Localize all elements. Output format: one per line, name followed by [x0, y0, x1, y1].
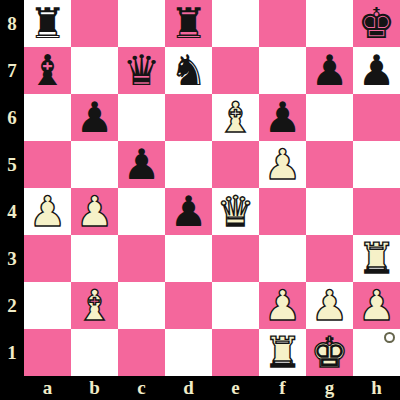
white-pawn[interactable]: ♟	[259, 282, 306, 329]
rank-labels: 87654321	[0, 0, 24, 376]
square-f6[interactable]: ♟	[259, 94, 306, 141]
square-h7[interactable]: ♟	[353, 47, 400, 94]
square-f5[interactable]: ♟	[259, 141, 306, 188]
rank-label-5: 5	[0, 141, 24, 188]
square-c2[interactable]	[118, 282, 165, 329]
file-label-f: f	[259, 376, 306, 400]
square-c7[interactable]: ♛	[118, 47, 165, 94]
square-a2[interactable]	[24, 282, 71, 329]
square-d7[interactable]: ♞	[165, 47, 212, 94]
square-g1[interactable]: ♚	[306, 329, 353, 376]
square-h8[interactable]: ♚	[353, 0, 400, 47]
black-pawn[interactable]: ♟	[259, 94, 306, 141]
black-pawn[interactable]: ♟	[306, 47, 353, 94]
rank-label-1: 1	[0, 329, 24, 376]
square-c6[interactable]	[118, 94, 165, 141]
white-pawn[interactable]: ♟	[71, 188, 118, 235]
square-b8[interactable]	[71, 0, 118, 47]
square-g4[interactable]	[306, 188, 353, 235]
square-e4[interactable]: ♛	[212, 188, 259, 235]
square-h3[interactable]: ♜	[353, 235, 400, 282]
file-labels: abcdefgh	[24, 376, 400, 400]
square-d2[interactable]	[165, 282, 212, 329]
square-h4[interactable]	[353, 188, 400, 235]
square-c5[interactable]: ♟	[118, 141, 165, 188]
square-c1[interactable]	[118, 329, 165, 376]
square-f3[interactable]	[259, 235, 306, 282]
square-e5[interactable]	[212, 141, 259, 188]
square-h2[interactable]: ♟	[353, 282, 400, 329]
black-queen[interactable]: ♛	[118, 47, 165, 94]
white-pawn[interactable]: ♟	[24, 188, 71, 235]
black-pawn[interactable]: ♟	[118, 141, 165, 188]
square-b7[interactable]	[71, 47, 118, 94]
square-g2[interactable]: ♟	[306, 282, 353, 329]
file-label-c: c	[118, 376, 165, 400]
white-king[interactable]: ♚	[306, 329, 353, 376]
square-e7[interactable]	[212, 47, 259, 94]
square-a7[interactable]: ♝	[24, 47, 71, 94]
square-c4[interactable]	[118, 188, 165, 235]
rank-label-8: 8	[0, 0, 24, 47]
square-f7[interactable]	[259, 47, 306, 94]
square-f8[interactable]	[259, 0, 306, 47]
square-d1[interactable]	[165, 329, 212, 376]
rank-label-6: 6	[0, 94, 24, 141]
square-a5[interactable]	[24, 141, 71, 188]
square-g8[interactable]	[306, 0, 353, 47]
white-bishop[interactable]: ♝	[212, 94, 259, 141]
square-b5[interactable]	[71, 141, 118, 188]
square-g6[interactable]	[306, 94, 353, 141]
chess-board-app: 87654321 ♜♜♚♝♛♞♟♟♟♝♟♟♟♟♟♟♛♜♝♟♟♟♜♚ abcdef…	[0, 0, 400, 400]
square-c8[interactable]	[118, 0, 165, 47]
file-label-g: g	[306, 376, 353, 400]
black-bishop[interactable]: ♝	[24, 47, 71, 94]
black-pawn[interactable]: ♟	[71, 94, 118, 141]
square-d6[interactable]	[165, 94, 212, 141]
white-pawn[interactable]: ♟	[259, 141, 306, 188]
square-e2[interactable]	[212, 282, 259, 329]
file-label-d: d	[165, 376, 212, 400]
square-b1[interactable]	[71, 329, 118, 376]
square-b3[interactable]	[71, 235, 118, 282]
file-label-h: h	[353, 376, 400, 400]
square-a4[interactable]: ♟	[24, 188, 71, 235]
square-a1[interactable]	[24, 329, 71, 376]
square-d8[interactable]: ♜	[165, 0, 212, 47]
square-h5[interactable]	[353, 141, 400, 188]
square-d4[interactable]: ♟	[165, 188, 212, 235]
black-king[interactable]: ♚	[353, 0, 400, 47]
square-b2[interactable]: ♝	[71, 282, 118, 329]
white-pawn[interactable]: ♟	[306, 282, 353, 329]
black-knight[interactable]: ♞	[165, 47, 212, 94]
rank-label-7: 7	[0, 47, 24, 94]
square-a3[interactable]	[24, 235, 71, 282]
white-bishop[interactable]: ♝	[71, 282, 118, 329]
square-e3[interactable]	[212, 235, 259, 282]
file-label-e: e	[212, 376, 259, 400]
black-pawn[interactable]: ♟	[353, 47, 400, 94]
black-pawn[interactable]: ♟	[165, 188, 212, 235]
square-g5[interactable]	[306, 141, 353, 188]
square-e8[interactable]	[212, 0, 259, 47]
rank-label-2: 2	[0, 282, 24, 329]
square-h6[interactable]	[353, 94, 400, 141]
square-e6[interactable]: ♝	[212, 94, 259, 141]
square-c3[interactable]	[118, 235, 165, 282]
white-pawn[interactable]: ♟	[353, 282, 400, 329]
rank-label-3: 3	[0, 235, 24, 282]
chess-board[interactable]: ♜♜♚♝♛♞♟♟♟♝♟♟♟♟♟♟♛♜♝♟♟♟♜♚	[24, 0, 400, 376]
square-f2[interactable]: ♟	[259, 282, 306, 329]
white-rook[interactable]: ♜	[259, 329, 306, 376]
square-b6[interactable]: ♟	[71, 94, 118, 141]
square-f4[interactable]	[259, 188, 306, 235]
square-f1[interactable]: ♜	[259, 329, 306, 376]
file-label-a: a	[24, 376, 71, 400]
white-rook[interactable]: ♜	[353, 235, 400, 282]
black-rook[interactable]: ♜	[165, 0, 212, 47]
rank-label-4: 4	[0, 188, 24, 235]
square-e1[interactable]	[212, 329, 259, 376]
square-a6[interactable]	[24, 94, 71, 141]
square-a8[interactable]: ♜	[24, 0, 71, 47]
square-d5[interactable]	[165, 141, 212, 188]
square-g7[interactable]: ♟	[306, 47, 353, 94]
square-d3[interactable]	[165, 235, 212, 282]
black-rook[interactable]: ♜	[24, 0, 71, 47]
white-queen[interactable]: ♛	[212, 188, 259, 235]
square-b4[interactable]: ♟	[71, 188, 118, 235]
file-label-b: b	[71, 376, 118, 400]
square-g3[interactable]	[306, 235, 353, 282]
white-to-move-indicator	[384, 332, 395, 343]
